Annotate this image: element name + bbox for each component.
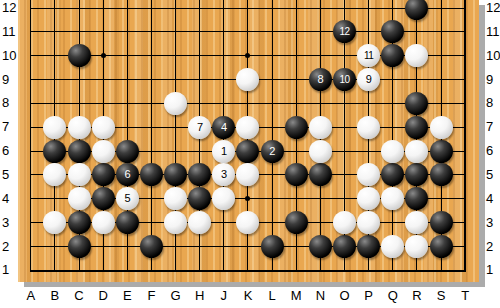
stone-white-q6	[381, 140, 404, 163]
grid-line-h-8	[30, 103, 466, 104]
row-label-left-4: 4	[2, 191, 9, 207]
stone-white-g3	[164, 211, 187, 234]
move-number-1: 1	[221, 146, 227, 157]
stone-white-h7: 7	[188, 116, 211, 139]
stone-black-c3	[68, 211, 91, 234]
stone-white-r10	[405, 44, 428, 67]
stone-white-p3	[357, 211, 380, 234]
row-label-left-10: 10	[2, 48, 16, 64]
stone-black-n5	[309, 163, 332, 186]
move-number-11: 11	[364, 51, 373, 61]
col-label-G: G	[168, 288, 184, 304]
col-label-B: B	[47, 288, 63, 304]
grid-line-v-T	[464, 0, 466, 272]
stone-black-c2	[68, 235, 91, 258]
stone-black-e5: 6	[116, 163, 139, 186]
stone-black-s6	[430, 140, 453, 163]
stone-white-p7	[357, 116, 380, 139]
stone-white-o3	[333, 211, 356, 234]
row-label-right-5: 5	[486, 167, 493, 183]
stone-black-j7: 4	[212, 116, 235, 139]
star-point-D10	[101, 53, 106, 58]
col-label-J: J	[216, 288, 232, 304]
stone-black-h4	[188, 187, 211, 210]
go-board[interactable]: 128104261197135	[18, 0, 479, 282]
stone-white-d6	[92, 140, 115, 163]
stone-white-p4	[357, 187, 380, 210]
stone-black-s2	[430, 235, 453, 258]
row-label-right-1: 1	[486, 262, 493, 278]
row-label-left-8: 8	[2, 95, 9, 111]
row-label-left-1: 1	[2, 262, 9, 278]
stone-white-n7	[309, 116, 332, 139]
row-label-left-3: 3	[2, 215, 9, 231]
row-label-left-9: 9	[2, 72, 9, 88]
grid-line-v-A	[30, 0, 31, 272]
col-label-D: D	[95, 288, 111, 304]
stone-black-c6	[68, 140, 91, 163]
move-number-3: 3	[221, 169, 227, 180]
stone-black-m7	[285, 116, 308, 139]
go-diagram: 128104261197135 121211111010998877665544…	[0, 0, 500, 308]
row-label-right-9: 9	[486, 72, 493, 88]
stone-black-m5	[285, 163, 308, 186]
row-label-right-12: 12	[486, 0, 500, 16]
stone-black-b6	[43, 140, 66, 163]
row-label-right-4: 4	[486, 191, 493, 207]
stone-white-b3	[43, 211, 66, 234]
stone-black-n9: 8	[309, 68, 332, 91]
move-number-4: 4	[221, 122, 227, 133]
stone-black-r7	[405, 116, 428, 139]
stone-white-p9: 9	[357, 68, 380, 91]
stone-white-b7	[43, 116, 66, 139]
stone-white-p5	[357, 163, 380, 186]
col-label-T: T	[457, 288, 473, 304]
stone-white-r3	[405, 211, 428, 234]
move-number-5: 5	[125, 193, 131, 204]
col-label-Q: Q	[385, 288, 401, 304]
stone-white-j6: 1	[212, 140, 235, 163]
stone-white-q2	[381, 235, 404, 258]
stone-white-d7	[92, 116, 115, 139]
stone-white-e4: 5	[116, 187, 139, 210]
move-number-12: 12	[339, 27, 349, 37]
col-label-H: H	[192, 288, 208, 304]
row-label-right-7: 7	[486, 119, 493, 135]
stone-black-o9: 10	[333, 68, 356, 91]
stone-black-q5	[381, 163, 404, 186]
stone-black-r8	[405, 92, 428, 115]
star-point-K10	[245, 53, 250, 58]
grid-line-h-12	[30, 8, 466, 9]
stone-white-h3	[188, 211, 211, 234]
stone-black-k6	[236, 140, 259, 163]
move-number-7: 7	[197, 122, 203, 133]
col-label-E: E	[119, 288, 135, 304]
stone-white-j4	[212, 187, 235, 210]
row-label-left-12: 12	[2, 0, 16, 16]
grid-line-v-F	[151, 0, 152, 272]
grid-line-v-L	[272, 0, 273, 272]
stone-black-f2	[140, 235, 163, 258]
col-label-A: A	[23, 288, 39, 304]
col-label-P: P	[361, 288, 377, 304]
col-label-M: M	[288, 288, 304, 304]
stone-white-k9	[236, 68, 259, 91]
row-label-right-8: 8	[486, 95, 493, 111]
stone-black-e3	[116, 211, 139, 234]
stone-white-b5	[43, 163, 66, 186]
stone-white-k7	[236, 116, 259, 139]
stone-black-l2	[261, 235, 284, 258]
star-point-K4	[245, 196, 250, 201]
stone-white-g4	[164, 187, 187, 210]
row-label-left-2: 2	[2, 239, 9, 255]
stone-black-n2	[309, 235, 332, 258]
col-label-N: N	[312, 288, 328, 304]
stone-black-p2	[357, 235, 380, 258]
stone-black-r4	[405, 187, 428, 210]
stone-white-s7	[430, 116, 453, 139]
stone-white-r6	[405, 140, 428, 163]
stone-black-q10	[381, 44, 404, 67]
stone-black-d4	[92, 187, 115, 210]
col-label-S: S	[433, 288, 449, 304]
stone-black-r5	[405, 163, 428, 186]
row-label-right-3: 3	[486, 215, 493, 231]
stone-white-k5	[236, 163, 259, 186]
move-number-8: 8	[318, 74, 324, 85]
stone-black-o2	[333, 235, 356, 258]
stone-white-k3	[236, 211, 259, 234]
col-label-F: F	[143, 288, 159, 304]
col-label-L: L	[264, 288, 280, 304]
stone-black-c10	[68, 44, 91, 67]
row-label-right-2: 2	[486, 239, 493, 255]
row-label-right-11: 11	[486, 24, 500, 40]
stone-white-p10: 11	[357, 44, 380, 67]
grid-line-h-1	[30, 270, 466, 272]
stone-white-r2	[405, 235, 428, 258]
stone-black-h5	[188, 163, 211, 186]
stone-black-l6: 2	[261, 140, 284, 163]
row-label-left-6: 6	[2, 143, 9, 159]
row-label-left-11: 11	[2, 24, 16, 40]
move-number-10: 10	[339, 75, 349, 85]
stone-black-d5	[92, 163, 115, 186]
stone-black-g5	[164, 163, 187, 186]
stone-white-n6	[309, 140, 332, 163]
stone-white-c5	[68, 163, 91, 186]
stone-black-o11: 12	[333, 20, 356, 43]
row-label-left-7: 7	[2, 119, 9, 135]
row-label-right-6: 6	[486, 143, 493, 159]
move-number-2: 2	[269, 146, 275, 157]
stone-white-d3	[92, 211, 115, 234]
stone-black-s5	[430, 163, 453, 186]
move-number-9: 9	[366, 74, 372, 85]
stone-black-m3	[285, 211, 308, 234]
stone-white-q4	[381, 187, 404, 210]
move-number-6: 6	[125, 169, 131, 180]
stone-black-q11	[381, 20, 404, 43]
stone-white-c4	[68, 187, 91, 210]
stone-white-c7	[68, 116, 91, 139]
stone-black-f5	[140, 163, 163, 186]
col-label-O: O	[336, 288, 352, 304]
stone-white-g8	[164, 92, 187, 115]
row-label-left-5: 5	[2, 167, 9, 183]
stone-white-j5: 3	[212, 163, 235, 186]
row-label-right-10: 10	[486, 48, 500, 64]
stone-black-r12	[405, 0, 428, 20]
col-label-C: C	[71, 288, 87, 304]
stone-black-e6	[116, 140, 139, 163]
col-label-R: R	[409, 288, 425, 304]
col-label-K: K	[240, 288, 256, 304]
stone-black-s3	[430, 211, 453, 234]
